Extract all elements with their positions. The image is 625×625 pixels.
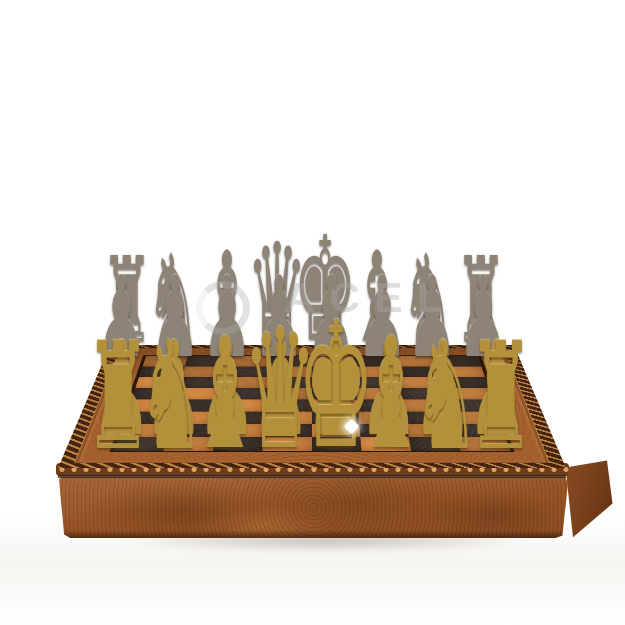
piece-gold-rook-h1[interactable]: ♜ bbox=[468, 323, 534, 471]
product-photo-chess-set: { "scene": { "description": "Overhead-fr… bbox=[0, 0, 625, 625]
pieces-layer: ♜♞♝♛♚♝♞♜♟♟♟♟♟♟♟♟♟♟♟♟♟♟♟♟♜♞♝♛♚♝♞♜ bbox=[0, 0, 625, 625]
